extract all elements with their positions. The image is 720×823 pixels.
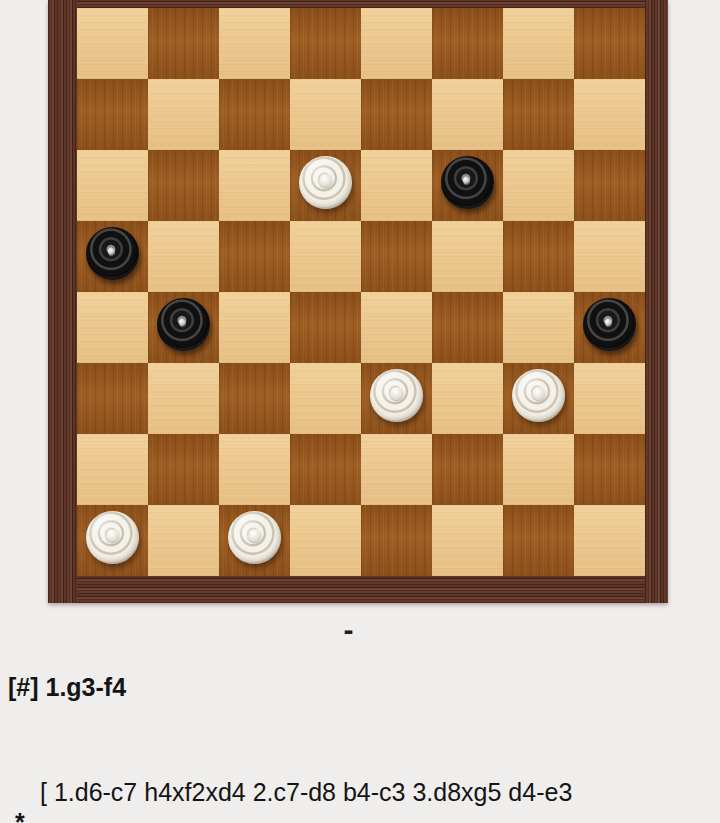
- piece-black-f6[interactable]: [441, 156, 494, 209]
- square-c5[interactable]: [219, 221, 290, 292]
- square-b8[interactable]: [148, 8, 219, 79]
- square-d2[interactable]: [290, 434, 361, 505]
- square-h1[interactable]: [574, 505, 645, 576]
- piece-white-g3[interactable]: [512, 369, 565, 422]
- square-a2[interactable]: [77, 434, 148, 505]
- board: [77, 8, 645, 576]
- square-f8[interactable]: [432, 8, 503, 79]
- piece-black-a5[interactable]: [86, 227, 139, 280]
- piece-white-d6[interactable]: [299, 156, 352, 209]
- square-c6[interactable]: [219, 150, 290, 221]
- square-h8[interactable]: [574, 8, 645, 79]
- board-frame-right: [645, 0, 668, 603]
- piece-white-a1[interactable]: [86, 511, 139, 564]
- square-e8[interactable]: [361, 8, 432, 79]
- square-c8[interactable]: [219, 8, 290, 79]
- piece-black-h4[interactable]: [583, 298, 636, 351]
- piece-black-b4[interactable]: [157, 298, 210, 351]
- square-b6[interactable]: [148, 150, 219, 221]
- piece-white-c1[interactable]: [228, 511, 281, 564]
- square-b1[interactable]: [148, 505, 219, 576]
- square-f7[interactable]: [432, 79, 503, 150]
- piece-white-e3[interactable]: [370, 369, 423, 422]
- square-b5[interactable]: [148, 221, 219, 292]
- solution-main-move: [#] 1.g3-f4: [8, 670, 126, 705]
- board-frame-left: [48, 0, 77, 603]
- square-f2[interactable]: [432, 434, 503, 505]
- square-b2[interactable]: [148, 434, 219, 505]
- square-h6[interactable]: [574, 150, 645, 221]
- square-c2[interactable]: [219, 434, 290, 505]
- square-e1[interactable]: [361, 505, 432, 576]
- square-f3[interactable]: [432, 363, 503, 434]
- square-c7[interactable]: [219, 79, 290, 150]
- square-d4[interactable]: [290, 292, 361, 363]
- square-e2[interactable]: [361, 434, 432, 505]
- square-g2[interactable]: [503, 434, 574, 505]
- square-d1[interactable]: [290, 505, 361, 576]
- square-a6[interactable]: [77, 150, 148, 221]
- square-a3[interactable]: [77, 363, 148, 434]
- move-indicator-dash: -: [0, 612, 697, 647]
- board-frame: [48, 0, 668, 603]
- square-c3[interactable]: [219, 363, 290, 434]
- square-d5[interactable]: [290, 221, 361, 292]
- square-f1[interactable]: [432, 505, 503, 576]
- square-f5[interactable]: [432, 221, 503, 292]
- square-g6[interactable]: [503, 150, 574, 221]
- board-frame-bottom: [48, 576, 668, 603]
- square-f4[interactable]: [432, 292, 503, 363]
- square-g1[interactable]: [503, 505, 574, 576]
- screen: - [#] 1.g3-f4 [ 1.d6-c7 h4xf2xd4 2.c7-d8…: [0, 0, 720, 823]
- variation-line-1: [ 1.d6-c7 h4xf2xd4 2.c7-d8 b4-c3 3.d8xg5…: [40, 775, 572, 810]
- square-c4[interactable]: [219, 292, 290, 363]
- solution-variation: [ 1.d6-c7 h4xf2xd4 2.c7-d8 b4-c3 3.d8xg5…: [40, 705, 572, 823]
- square-h7[interactable]: [574, 79, 645, 150]
- square-h2[interactable]: [574, 434, 645, 505]
- square-a4[interactable]: [77, 292, 148, 363]
- square-a7[interactable]: [77, 79, 148, 150]
- square-d7[interactable]: [290, 79, 361, 150]
- square-g5[interactable]: [503, 221, 574, 292]
- square-e6[interactable]: [361, 150, 432, 221]
- square-g7[interactable]: [503, 79, 574, 150]
- square-e5[interactable]: [361, 221, 432, 292]
- square-h5[interactable]: [574, 221, 645, 292]
- square-g4[interactable]: [503, 292, 574, 363]
- square-b7[interactable]: [148, 79, 219, 150]
- square-d8[interactable]: [290, 8, 361, 79]
- square-e7[interactable]: [361, 79, 432, 150]
- square-g8[interactable]: [503, 8, 574, 79]
- result-marker: *: [15, 805, 25, 823]
- square-a8[interactable]: [77, 8, 148, 79]
- board-grid: [77, 8, 645, 576]
- square-d3[interactable]: [290, 363, 361, 434]
- square-b3[interactable]: [148, 363, 219, 434]
- square-e4[interactable]: [361, 292, 432, 363]
- square-h3[interactable]: [574, 363, 645, 434]
- board-frame-top: [48, 0, 668, 8]
